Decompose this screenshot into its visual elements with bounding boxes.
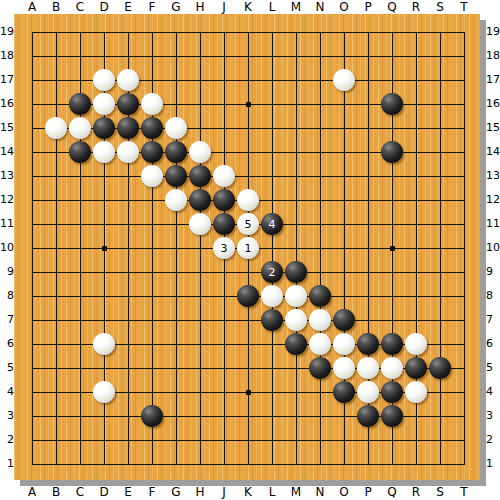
coord-top-N: N bbox=[308, 0, 332, 15]
stone-white-P5[interactable] bbox=[357, 357, 379, 379]
coord-left-10: 10 bbox=[0, 240, 14, 255]
stone-black-Q3[interactable] bbox=[381, 405, 403, 427]
coord-top-P: P bbox=[356, 0, 380, 15]
coord-right-1: 1 bbox=[486, 456, 500, 471]
stone-white-G15[interactable] bbox=[165, 117, 187, 139]
coord-top-H: H bbox=[188, 0, 212, 15]
stone-black-F3[interactable] bbox=[141, 405, 163, 427]
coord-left-12: 12 bbox=[0, 192, 14, 207]
coord-bottom-P: P bbox=[356, 485, 380, 500]
coord-left-5: 5 bbox=[0, 360, 14, 375]
stone-white-O6[interactable] bbox=[333, 333, 355, 355]
stone-white-R6[interactable] bbox=[405, 333, 427, 355]
stone-white-J10[interactable]: 3 bbox=[213, 237, 235, 259]
stone-white-F13[interactable] bbox=[141, 165, 163, 187]
coord-right-16: 16 bbox=[486, 96, 500, 111]
coord-left-6: 6 bbox=[0, 336, 14, 351]
coord-bottom-L: L bbox=[260, 485, 284, 500]
stone-white-D14[interactable] bbox=[93, 141, 115, 163]
coord-left-17: 17 bbox=[0, 72, 14, 87]
stone-white-C15[interactable] bbox=[69, 117, 91, 139]
board-grid[interactable]: 53142 bbox=[32, 32, 465, 465]
stone-black-R5[interactable] bbox=[405, 357, 427, 379]
stone-white-D4[interactable] bbox=[93, 381, 115, 403]
coord-left-11: 11 bbox=[0, 216, 14, 231]
coord-top-C: C bbox=[68, 0, 92, 15]
stone-black-E16[interactable] bbox=[117, 93, 139, 115]
coord-top-J: J bbox=[212, 0, 236, 15]
coord-top-Q: Q bbox=[380, 0, 404, 15]
coord-top-A: A bbox=[20, 0, 44, 15]
coord-right-9: 9 bbox=[486, 264, 500, 279]
star-point-Q10 bbox=[390, 246, 395, 251]
coord-right-11: 11 bbox=[486, 216, 500, 231]
stone-black-L7[interactable] bbox=[261, 309, 283, 331]
stone-white-E17[interactable] bbox=[117, 69, 139, 91]
stone-black-L11[interactable]: 4 bbox=[261, 213, 283, 235]
coord-top-L: L bbox=[260, 0, 284, 15]
star-point-K16 bbox=[246, 102, 251, 107]
coord-left-9: 9 bbox=[0, 264, 14, 279]
coord-bottom-M: M bbox=[284, 485, 308, 500]
coord-right-18: 18 bbox=[486, 48, 500, 63]
stone-white-E14[interactable] bbox=[117, 141, 139, 163]
coord-right-3: 3 bbox=[486, 408, 500, 423]
stone-black-P3[interactable] bbox=[357, 405, 379, 427]
coord-left-15: 15 bbox=[0, 120, 14, 135]
coord-right-8: 8 bbox=[486, 288, 500, 303]
stone-black-Q14[interactable] bbox=[381, 141, 403, 163]
coord-bottom-A: A bbox=[20, 485, 44, 500]
coord-bottom-K: K bbox=[236, 485, 260, 500]
move-number-label: 2 bbox=[269, 267, 276, 278]
stone-white-N6[interactable] bbox=[309, 333, 331, 355]
coord-bottom-B: B bbox=[44, 485, 68, 500]
stone-white-D17[interactable] bbox=[93, 69, 115, 91]
stone-white-M7[interactable] bbox=[285, 309, 307, 331]
stone-white-K10[interactable]: 1 bbox=[237, 237, 259, 259]
coord-right-2: 2 bbox=[486, 432, 500, 447]
stone-black-N5[interactable] bbox=[309, 357, 331, 379]
stone-black-C16[interactable] bbox=[69, 93, 91, 115]
star-point-K4 bbox=[246, 390, 251, 395]
stone-white-O17[interactable] bbox=[333, 69, 355, 91]
stone-black-M9[interactable] bbox=[285, 261, 307, 283]
stone-black-C14[interactable] bbox=[69, 141, 91, 163]
coord-bottom-J: J bbox=[212, 485, 236, 500]
coord-bottom-R: R bbox=[404, 485, 428, 500]
stone-black-H12[interactable] bbox=[189, 189, 211, 211]
coord-right-7: 7 bbox=[486, 312, 500, 327]
coord-bottom-E: E bbox=[116, 485, 140, 500]
stone-black-Q6[interactable] bbox=[381, 333, 403, 355]
coord-bottom-C: C bbox=[68, 485, 92, 500]
stone-black-M6[interactable] bbox=[285, 333, 307, 355]
stone-black-D15[interactable] bbox=[93, 117, 115, 139]
coord-right-10: 10 bbox=[486, 240, 500, 255]
coord-left-4: 4 bbox=[0, 384, 14, 399]
coord-bottom-D: D bbox=[92, 485, 116, 500]
coord-left-18: 18 bbox=[0, 48, 14, 63]
coord-bottom-N: N bbox=[308, 485, 332, 500]
stone-white-J13[interactable] bbox=[213, 165, 235, 187]
stone-black-K8[interactable] bbox=[237, 285, 259, 307]
stone-black-H13[interactable] bbox=[189, 165, 211, 187]
stone-white-H11[interactable] bbox=[189, 213, 211, 235]
stone-white-O5[interactable] bbox=[333, 357, 355, 379]
coord-left-1: 1 bbox=[0, 456, 14, 471]
coord-top-R: R bbox=[404, 0, 428, 15]
stone-black-S5[interactable] bbox=[429, 357, 451, 379]
stone-black-G14[interactable] bbox=[165, 141, 187, 163]
coord-right-15: 15 bbox=[486, 120, 500, 135]
coord-bottom-F: F bbox=[140, 485, 164, 500]
stone-black-E15[interactable] bbox=[117, 117, 139, 139]
move-number-label: 3 bbox=[221, 243, 228, 254]
go-diagram: 53142 AABBCCDDEEFFGGHHJJKKLLMMNNOOPPQQRR… bbox=[0, 0, 500, 500]
move-number-label: 4 bbox=[269, 219, 276, 230]
coord-left-19: 19 bbox=[0, 24, 14, 39]
stone-white-D16[interactable] bbox=[93, 93, 115, 115]
coord-top-G: G bbox=[164, 0, 188, 15]
coord-bottom-H: H bbox=[188, 485, 212, 500]
stone-white-K12[interactable] bbox=[237, 189, 259, 211]
stone-black-J11[interactable] bbox=[213, 213, 235, 235]
coord-left-7: 7 bbox=[0, 312, 14, 327]
move-number-label: 1 bbox=[245, 243, 252, 254]
go-board: 53142 bbox=[14, 14, 480, 480]
coord-left-3: 3 bbox=[0, 408, 14, 423]
coord-right-4: 4 bbox=[486, 384, 500, 399]
coord-top-B: B bbox=[44, 0, 68, 15]
stone-white-R4[interactable] bbox=[405, 381, 427, 403]
coord-bottom-O: O bbox=[332, 485, 356, 500]
stone-black-O4[interactable] bbox=[333, 381, 355, 403]
stone-black-L9[interactable]: 2 bbox=[261, 261, 283, 283]
coord-right-17: 17 bbox=[486, 72, 500, 87]
coord-top-E: E bbox=[116, 0, 140, 15]
move-number-label: 5 bbox=[245, 219, 252, 230]
coord-right-12: 12 bbox=[486, 192, 500, 207]
stone-white-H14[interactable] bbox=[189, 141, 211, 163]
coord-top-M: M bbox=[284, 0, 308, 15]
stone-black-F14[interactable] bbox=[141, 141, 163, 163]
coord-bottom-Q: Q bbox=[380, 485, 404, 500]
coord-top-K: K bbox=[236, 0, 260, 15]
coord-bottom-T: T bbox=[452, 485, 476, 500]
coord-right-6: 6 bbox=[486, 336, 500, 351]
coord-top-S: S bbox=[428, 0, 452, 15]
stone-white-D6[interactable] bbox=[93, 333, 115, 355]
stone-white-L8[interactable] bbox=[261, 285, 283, 307]
stone-white-G12[interactable] bbox=[165, 189, 187, 211]
stone-white-M8[interactable] bbox=[285, 285, 307, 307]
coord-top-T: T bbox=[452, 0, 476, 15]
coord-bottom-G: G bbox=[164, 485, 188, 500]
coord-right-14: 14 bbox=[486, 144, 500, 159]
stone-white-K11[interactable]: 5 bbox=[237, 213, 259, 235]
stone-black-Q16[interactable] bbox=[381, 93, 403, 115]
coord-bottom-S: S bbox=[428, 485, 452, 500]
coord-right-13: 13 bbox=[486, 168, 500, 183]
coord-left-8: 8 bbox=[0, 288, 14, 303]
stone-white-N7[interactable] bbox=[309, 309, 331, 331]
stone-black-P6[interactable] bbox=[357, 333, 379, 355]
stone-black-N8[interactable] bbox=[309, 285, 331, 307]
coord-right-19: 19 bbox=[486, 24, 500, 39]
coord-left-2: 2 bbox=[0, 432, 14, 447]
coord-left-16: 16 bbox=[0, 96, 14, 111]
stone-black-J12[interactable] bbox=[213, 189, 235, 211]
coord-left-13: 13 bbox=[0, 168, 14, 183]
stone-white-F16[interactable] bbox=[141, 93, 163, 115]
coord-top-D: D bbox=[92, 0, 116, 15]
star-point-D10 bbox=[102, 246, 107, 251]
coord-right-5: 5 bbox=[486, 360, 500, 375]
stone-white-P4[interactable] bbox=[357, 381, 379, 403]
stone-black-Q4[interactable] bbox=[381, 381, 403, 403]
coord-top-F: F bbox=[140, 0, 164, 15]
coord-top-O: O bbox=[332, 0, 356, 15]
stone-black-F15[interactable] bbox=[141, 117, 163, 139]
stone-white-Q5[interactable] bbox=[381, 357, 403, 379]
coord-left-14: 14 bbox=[0, 144, 14, 159]
stone-white-B15[interactable] bbox=[45, 117, 67, 139]
stone-black-O7[interactable] bbox=[333, 309, 355, 331]
stone-black-G13[interactable] bbox=[165, 165, 187, 187]
